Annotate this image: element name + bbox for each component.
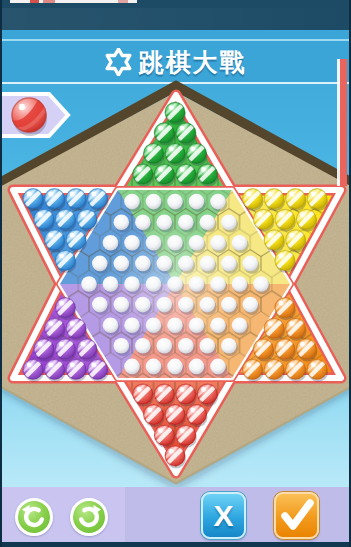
- right-edge-trim: [340, 59, 347, 186]
- app-screen: 跳棋大戰: [0, 0, 351, 547]
- undo-icon: [18, 501, 50, 533]
- redo-icon: [73, 501, 105, 533]
- cancel-button[interactable]: X: [201, 492, 246, 539]
- board[interactable]: [2, 0, 351, 547]
- confirm-button[interactable]: [274, 492, 319, 539]
- turn-indicator: [2, 92, 72, 140]
- check-icon: [279, 499, 315, 533]
- bottom-strip: [2, 542, 349, 547]
- redo-button[interactable]: [70, 498, 108, 536]
- right-edge-trim-highlight: [337, 59, 340, 186]
- cancel-label: X: [213, 499, 233, 533]
- undo-button[interactable]: [15, 498, 53, 536]
